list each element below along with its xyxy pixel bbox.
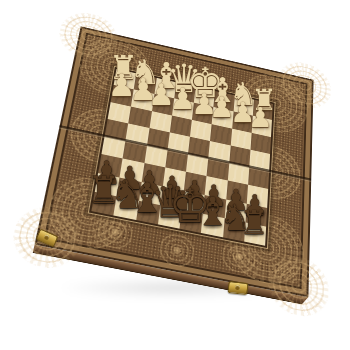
square-r7c7 <box>244 222 266 246</box>
square-r6c7 <box>245 203 267 226</box>
corner-carving-icon <box>267 251 329 321</box>
square-r5c0 <box>98 154 123 177</box>
square-r6c4 <box>182 190 205 213</box>
play-field <box>89 67 275 248</box>
square-r7c4 <box>179 209 203 233</box>
square-r3c0 <box>105 119 129 141</box>
square-r6c0 <box>95 173 120 196</box>
chess-box <box>35 26 314 297</box>
square-r7c6 <box>223 218 246 242</box>
square-r3c2 <box>147 128 170 150</box>
floral-carving-icon <box>156 230 197 272</box>
fan-carving-icon <box>42 171 132 255</box>
square-r4c1 <box>123 141 147 163</box>
square-r5c5 <box>205 176 227 199</box>
square-r3c1 <box>126 123 149 145</box>
square-r4c2 <box>144 145 167 167</box>
square-r5c1 <box>120 159 144 182</box>
square-r5c4 <box>184 172 207 195</box>
floral-carving-icon <box>93 212 136 254</box>
photo-canvas: ♜♞♝♛♚♝♞♜♟♟♟♟♟♟♟♟♟♟♟♟♟♟♟♟♜♞♝♛♚♝♞♜ <box>0 0 350 350</box>
square-r6c2 <box>139 182 163 205</box>
square-r7c5 <box>201 214 224 238</box>
square-r5c6 <box>226 181 248 204</box>
square-r3c3 <box>167 132 190 154</box>
square-r5c2 <box>141 163 165 186</box>
corner-carving-icon <box>55 8 120 64</box>
corner-carving-icon <box>277 58 330 113</box>
square-r5c3 <box>163 168 186 191</box>
fan-carving-icon <box>227 207 304 290</box>
square-r6c1 <box>117 177 142 200</box>
square-r7c3 <box>158 205 182 229</box>
square-r7c1 <box>114 196 139 220</box>
floral-carving-icon <box>219 236 258 277</box>
square-r6c6 <box>224 199 246 222</box>
square-r4c0 <box>101 136 125 158</box>
square-r7c0 <box>91 192 116 216</box>
square-r6c5 <box>203 195 226 218</box>
square-r6c3 <box>160 186 184 209</box>
square-r4c3 <box>165 150 188 172</box>
square-r5c7 <box>247 185 269 208</box>
square-r7c2 <box>136 201 160 225</box>
chess-box-scene <box>44 10 332 298</box>
front-clasp-icon <box>227 281 248 295</box>
square-r2c0 <box>108 102 132 124</box>
